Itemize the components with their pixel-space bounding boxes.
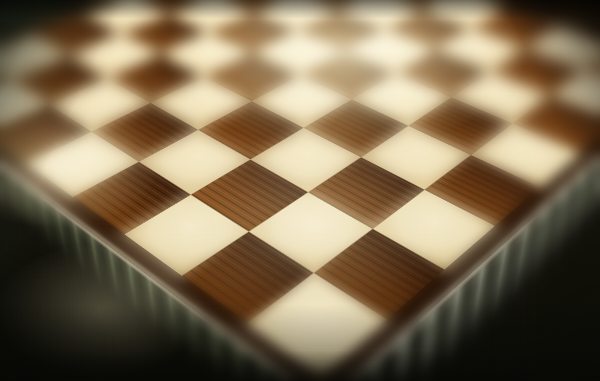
chessboard bbox=[0, 0, 600, 381]
chessboard-photo bbox=[0, 0, 600, 381]
scene bbox=[0, 0, 600, 381]
board-grid bbox=[0, 0, 600, 377]
board-frame bbox=[0, 0, 600, 381]
